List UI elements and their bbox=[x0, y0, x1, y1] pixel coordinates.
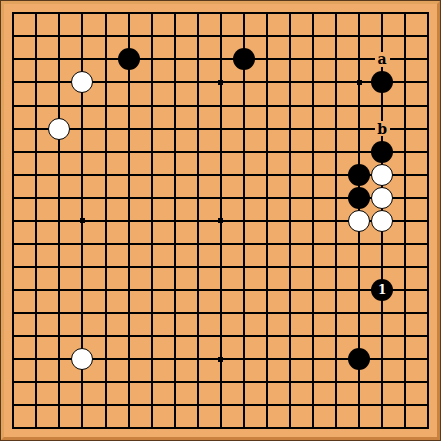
black-stone bbox=[233, 48, 255, 70]
grid-line-horizontal bbox=[12, 335, 429, 337]
star-point bbox=[218, 218, 223, 223]
black-stone-move-1: 1 bbox=[371, 279, 393, 301]
grid-line-horizontal bbox=[12, 312, 429, 314]
white-stone bbox=[71, 348, 93, 370]
white-stone bbox=[71, 71, 93, 93]
board-bevel: ab1 bbox=[1, 1, 440, 440]
point-label-a: a bbox=[375, 52, 390, 67]
point-label-b: b bbox=[375, 121, 390, 136]
black-stone bbox=[348, 164, 370, 186]
go-board: ab1 bbox=[4, 4, 437, 437]
white-stone bbox=[48, 118, 70, 140]
grid-line-horizontal bbox=[12, 404, 429, 406]
grid-line-vertical bbox=[312, 12, 314, 429]
black-stone bbox=[348, 348, 370, 370]
grid-line-horizontal bbox=[12, 289, 429, 291]
grid-line-horizontal bbox=[12, 266, 429, 268]
star-point bbox=[80, 218, 85, 223]
grid-line-vertical bbox=[243, 12, 245, 429]
grid-line-vertical bbox=[266, 12, 268, 429]
white-stone bbox=[371, 187, 393, 209]
grid-line-vertical bbox=[427, 12, 429, 429]
black-stone bbox=[371, 141, 393, 163]
grid-line-vertical bbox=[335, 12, 337, 429]
star-point bbox=[357, 80, 362, 85]
board-frame: ab1 bbox=[0, 0, 441, 441]
white-stone bbox=[371, 164, 393, 186]
white-stone bbox=[371, 210, 393, 232]
white-stone bbox=[348, 210, 370, 232]
grid-line-horizontal bbox=[12, 427, 429, 429]
grid-line-vertical bbox=[289, 12, 291, 429]
grid-line-vertical bbox=[404, 12, 406, 429]
black-stone bbox=[118, 48, 140, 70]
black-stone bbox=[348, 187, 370, 209]
black-stone bbox=[371, 71, 393, 93]
star-point bbox=[218, 80, 223, 85]
star-point bbox=[218, 357, 223, 362]
grid-line-horizontal bbox=[12, 243, 429, 245]
grid-line-horizontal bbox=[12, 381, 429, 383]
